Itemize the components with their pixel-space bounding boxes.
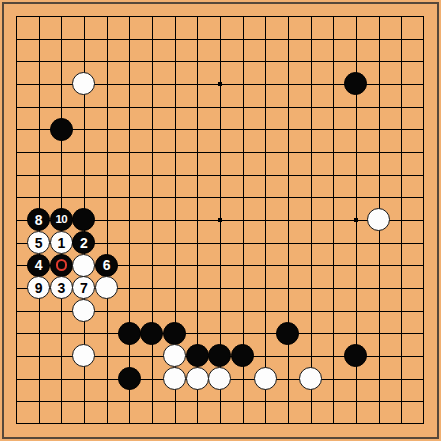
move-number-label: 2 — [80, 236, 88, 250]
stone-black-N5[interactable] — [276, 322, 299, 345]
stone-white-E7[interactable] — [95, 276, 118, 299]
move-number-label: 5 — [35, 236, 43, 250]
stone-black-C14[interactable] — [50, 118, 73, 141]
stone-black-L4[interactable] — [231, 344, 254, 367]
star-point — [218, 218, 222, 222]
stone-black-Q4[interactable] — [344, 344, 367, 367]
stone-black-F3[interactable] — [118, 367, 141, 390]
stone-white-D7[interactable]: 7 — [72, 276, 95, 299]
stone-black-C8[interactable] — [50, 254, 73, 277]
stone-black-H5[interactable] — [163, 322, 186, 345]
stone-black-J4[interactable] — [186, 344, 209, 367]
go-board-diagram: 81051246937 — [0, 0, 441, 441]
stone-black-B8[interactable]: 4 — [27, 254, 50, 277]
stone-black-Q16[interactable] — [344, 72, 367, 95]
stones-grid[interactable]: 81051246937 — [5, 5, 435, 435]
stone-black-D9[interactable]: 2 — [72, 231, 95, 254]
stone-black-E8[interactable]: 6 — [95, 254, 118, 277]
stone-black-D10[interactable] — [72, 208, 95, 231]
stone-black-F5[interactable] — [118, 322, 141, 345]
stone-black-B10[interactable]: 8 — [27, 208, 50, 231]
stone-white-B7[interactable]: 9 — [27, 276, 50, 299]
stone-black-G5[interactable] — [140, 322, 163, 345]
stone-white-K3[interactable] — [208, 367, 231, 390]
stone-white-R10[interactable] — [367, 208, 390, 231]
stone-white-D16[interactable] — [72, 72, 95, 95]
stone-white-J3[interactable] — [186, 367, 209, 390]
stone-white-D4[interactable] — [72, 344, 95, 367]
move-number-label: 6 — [103, 258, 111, 272]
stone-white-C9[interactable]: 1 — [50, 231, 73, 254]
move-number-label: 1 — [57, 236, 65, 250]
stone-white-O3[interactable] — [299, 367, 322, 390]
stone-white-M3[interactable] — [254, 367, 277, 390]
circle-marker-icon — [56, 259, 68, 271]
star-point — [354, 218, 358, 222]
move-number-label: 4 — [35, 258, 43, 272]
goban[interactable]: 81051246937 — [0, 0, 441, 441]
move-number-label: 7 — [80, 281, 88, 295]
move-number-label: 8 — [35, 213, 43, 227]
stone-black-K4[interactable] — [208, 344, 231, 367]
stone-white-C7[interactable]: 3 — [50, 276, 73, 299]
stone-white-D6[interactable] — [72, 299, 95, 322]
stone-white-H4[interactable] — [163, 344, 186, 367]
stone-black-C10[interactable]: 10 — [50, 208, 73, 231]
stone-white-D8[interactable] — [72, 254, 95, 277]
stone-white-H3[interactable] — [163, 367, 186, 390]
move-number-label: 10 — [55, 214, 67, 226]
star-point — [218, 82, 222, 86]
move-number-label: 3 — [57, 281, 65, 295]
stone-white-B9[interactable]: 5 — [27, 231, 50, 254]
move-number-label: 9 — [35, 281, 43, 295]
